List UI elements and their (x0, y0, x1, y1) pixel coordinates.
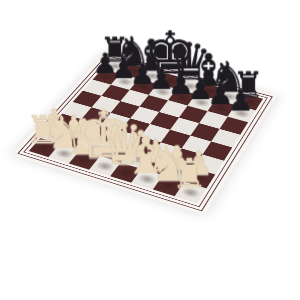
piece-shadow (219, 91, 240, 103)
square-g8: ♞ (216, 88, 243, 105)
black-pawn-e7: ♟ (168, 70, 194, 99)
black-pawn-c7: ♟ (130, 60, 156, 89)
square-f8: ♝ (196, 83, 223, 99)
square-e6 (159, 100, 187, 117)
square-f7: ♟ (188, 94, 216, 111)
black-knight-g8: ♞ (209, 56, 247, 98)
black-knight-b8: ♞ (114, 32, 151, 73)
black-pawn-d7: ♟ (149, 65, 175, 94)
black-pawn-b7: ♟ (111, 55, 136, 83)
board-squares-grid: ♜♞♝♚♛♝♞♜♟♟♟♟♟♟♟♟♟♟♟♟♟♟♟♟♜♞♝♚♛♝♞♜ (29, 59, 263, 204)
black-pawn-g7: ♟ (207, 80, 233, 109)
piece-shadow (180, 80, 201, 92)
piece-shadow (105, 61, 126, 72)
piece-shadow (96, 71, 117, 82)
square-a7: ♟ (93, 69, 121, 85)
square-g7: ♟ (207, 100, 235, 117)
piece-shadow (124, 66, 145, 77)
chess-board: ♜♞♝♚♛♝♞♜♟♟♟♟♟♟♟♟♟♟♟♟♟♟♟♟♜♞♝♚♛♝♞♜ (12, 51, 278, 216)
black-pawn-a7: ♟ (92, 50, 117, 78)
white-rook-h1: ♜ (171, 154, 207, 195)
piece-shadow (152, 86, 173, 98)
square-e7: ♟ (168, 89, 196, 106)
square-h1: ♜ (175, 182, 207, 203)
square-f6 (179, 106, 207, 123)
square-h7: ♟ (228, 105, 256, 122)
perspective-scene: ♜♞♝♚♛♝♞♜♟♟♟♟♟♟♟♟♟♟♟♟♟♟♟♟♜♞♝♚♛♝♞♜ (0, 0, 300, 300)
square-d7: ♟ (149, 84, 177, 100)
black-pawn-f7: ♟ (187, 75, 213, 104)
piece-shadow (231, 107, 253, 120)
piece-shadow (161, 75, 182, 86)
piece-shadow (133, 81, 154, 93)
black-bishop-c8: ♝ (131, 34, 170, 78)
square-e8: ♛ (177, 78, 204, 94)
square-b7: ♟ (111, 74, 139, 90)
piece-shadow (211, 102, 232, 114)
square-b8: ♞ (120, 63, 147, 78)
square-a8: ♜ (102, 59, 129, 74)
square-h8: ♜ (235, 94, 263, 111)
piece-shadow (239, 96, 260, 108)
square-c8: ♝ (139, 68, 166, 84)
square-d8: ♚ (158, 73, 185, 89)
piece-shadow (142, 70, 163, 81)
black-rook-h8: ♜ (232, 68, 264, 104)
square-a6 (83, 80, 111, 96)
product-photo: ♜♞♝♚♛♝♞♜♟♟♟♟♟♟♟♟♟♟♟♟♟♟♟♟♜♞♝♚♛♝♞♜ (0, 0, 300, 300)
piece-shadow (191, 97, 212, 109)
black-bishop-f8: ♝ (188, 48, 228, 93)
piece-shadow (114, 76, 135, 87)
black-queen-e8: ♛ (166, 36, 212, 87)
piece-shadow (171, 91, 192, 103)
piece-shadow (199, 85, 220, 97)
black-pawn-h7: ♟ (227, 86, 254, 116)
black-rook-a8: ♜ (99, 34, 130, 68)
square-d6 (140, 95, 168, 112)
black-king-d8: ♚ (144, 24, 196, 83)
square-c7: ♟ (130, 79, 158, 95)
